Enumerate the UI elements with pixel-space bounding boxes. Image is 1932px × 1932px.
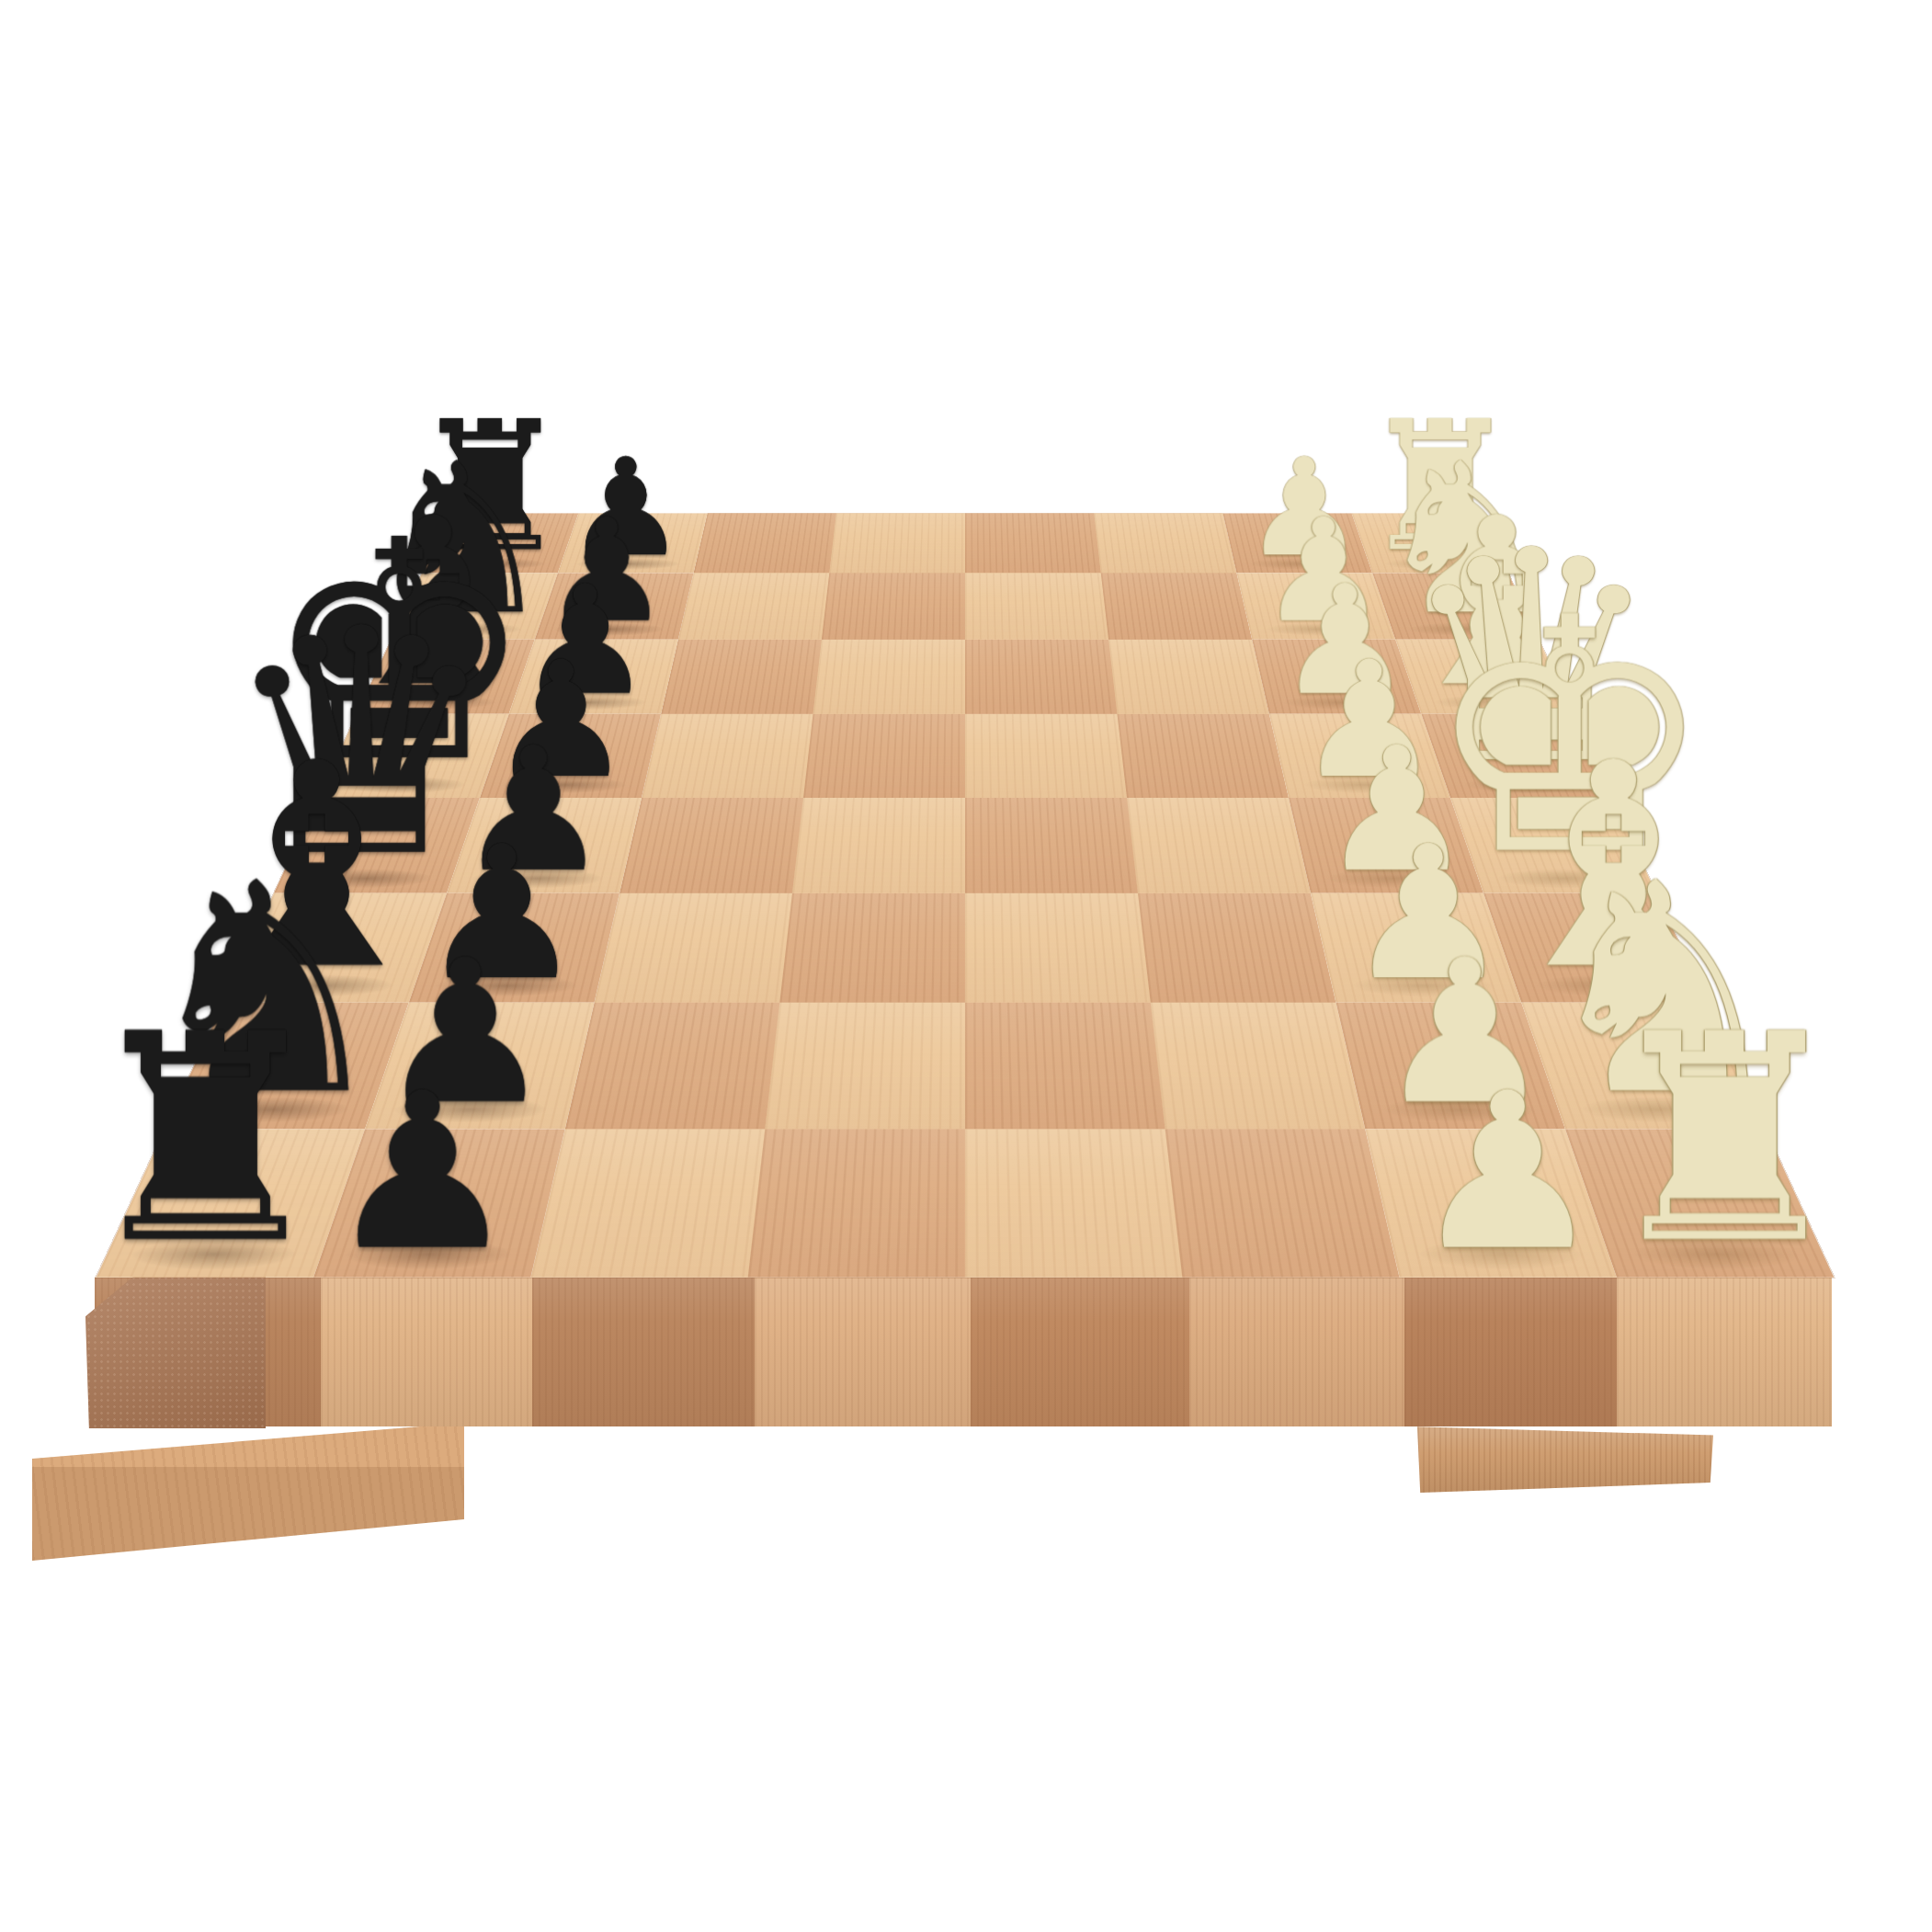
square-c4 — [965, 640, 1117, 714]
square-b3 — [1101, 573, 1252, 639]
square-h3 — [1165, 1129, 1400, 1277]
square-d4 — [965, 714, 1127, 798]
square-e3 — [1127, 798, 1311, 893]
square-h1: ♜ — [1565, 1129, 1834, 1277]
square-e4 — [965, 798, 1138, 893]
white-rook-h1: ♜ — [1597, 1004, 1853, 1276]
square-a3 — [1094, 513, 1236, 573]
board-foot-left — [32, 1423, 464, 1561]
square-b5 — [822, 573, 965, 639]
square-h2: ♟ — [1365, 1129, 1617, 1277]
chess-board: ♜♟♟♜♞♟♟♞♝♟♟♝♚♟♟♛♛♟♟♚♝♟♟♝♞♟♟♞♜♟♟♜ — [97, 513, 1835, 1277]
square-c3 — [1108, 640, 1269, 714]
square-c5 — [813, 640, 965, 714]
front-panel-2 — [321, 1278, 533, 1426]
square-b4 — [965, 573, 1108, 639]
square-a5 — [829, 513, 965, 573]
square-d5 — [803, 714, 965, 798]
square-g4 — [965, 1003, 1165, 1130]
front-panel-5 — [971, 1278, 1189, 1426]
board-foot-right — [1417, 1421, 1713, 1493]
square-a6 — [694, 513, 836, 573]
square-f5 — [779, 893, 965, 1003]
square-g6 — [565, 1003, 780, 1130]
square-f4 — [965, 893, 1151, 1003]
square-g3 — [1151, 1003, 1366, 1130]
square-a4 — [965, 513, 1101, 573]
white-pawn-h2: ♟ — [1411, 1071, 1604, 1276]
square-g5 — [765, 1003, 965, 1130]
square-d6 — [642, 714, 813, 798]
square-e6 — [619, 798, 803, 893]
black-pawn-h7: ♟ — [326, 1071, 519, 1276]
black-rook-h8: ♜ — [77, 1004, 334, 1276]
square-b6 — [678, 573, 829, 639]
front-panel-7 — [1404, 1278, 1617, 1426]
square-h6 — [530, 1129, 765, 1277]
square-h8: ♜ — [97, 1129, 365, 1277]
square-d3 — [1117, 714, 1289, 798]
chess-set-product-photo: ♜♟♟♜♞♟♟♞♝♟♟♝♚♟♟♛♛♟♟♚♝♟♟♝♞♟♟♞♜♟♟♜ — [0, 0, 1932, 1932]
front-panel-3 — [532, 1278, 755, 1426]
board-grid: ♜♟♟♜♞♟♟♞♝♟♟♝♚♟♟♛♛♟♟♚♝♟♟♝♞♟♟♞♜♟♟♜ — [97, 513, 1835, 1277]
square-h7: ♟ — [313, 1129, 565, 1277]
square-f6 — [595, 893, 792, 1003]
square-f3 — [1138, 893, 1335, 1003]
square-h4 — [965, 1129, 1182, 1277]
board-front-face — [95, 1276, 1832, 1426]
square-e5 — [792, 798, 965, 893]
square-c6 — [661, 640, 822, 714]
front-panel-4 — [755, 1278, 970, 1426]
front-panel-6 — [1189, 1278, 1404, 1426]
square-h5 — [748, 1129, 965, 1277]
